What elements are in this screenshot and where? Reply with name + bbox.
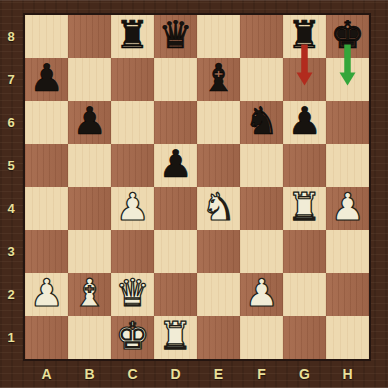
file-label-D: D: [154, 361, 197, 387]
piece-white-king[interactable]: ♚: [115, 315, 149, 358]
piece-white-pawn[interactable]: ♟: [29, 272, 63, 315]
piece-white-pawn[interactable]: ♟: [330, 186, 364, 229]
square-g5[interactable]: [283, 144, 326, 187]
square-f8[interactable]: [240, 15, 283, 58]
piece-black-pawn[interactable]: ♟: [158, 143, 192, 186]
piece-black-knight[interactable]: ♞: [244, 100, 278, 143]
square-b7[interactable]: [68, 58, 111, 101]
file-label-H: H: [326, 361, 369, 387]
square-g3[interactable]: [283, 230, 326, 273]
piece-white-pawn[interactable]: ♟: [244, 272, 278, 315]
square-f6[interactable]: ♞: [240, 101, 283, 144]
square-g4[interactable]: ♜: [283, 187, 326, 230]
square-a7[interactable]: ♟: [25, 58, 68, 101]
square-g7[interactable]: [283, 58, 326, 101]
piece-black-pawn[interactable]: ♟: [287, 100, 321, 143]
file-label-A: A: [25, 361, 68, 387]
square-c3[interactable]: [111, 230, 154, 273]
square-e6[interactable]: [197, 101, 240, 144]
square-e2[interactable]: [197, 273, 240, 316]
piece-white-pawn[interactable]: ♟: [115, 186, 149, 229]
square-d3[interactable]: [154, 230, 197, 273]
piece-white-bishop[interactable]: ♝: [72, 272, 106, 315]
piece-white-knight[interactable]: ♞: [201, 186, 235, 229]
square-h5[interactable]: [326, 144, 369, 187]
square-g8[interactable]: ♜: [283, 15, 326, 58]
square-e4[interactable]: ♞: [197, 187, 240, 230]
piece-white-rook[interactable]: ♜: [287, 186, 321, 229]
square-b8[interactable]: [68, 15, 111, 58]
square-d6[interactable]: [154, 101, 197, 144]
square-b3[interactable]: [68, 230, 111, 273]
piece-black-bishop[interactable]: ♝: [201, 57, 235, 100]
square-f4[interactable]: [240, 187, 283, 230]
piece-black-pawn[interactable]: ♟: [29, 57, 63, 100]
rank-label-5: 5: [0, 144, 22, 187]
square-b6[interactable]: ♟: [68, 101, 111, 144]
square-d5[interactable]: ♟: [154, 144, 197, 187]
square-c1[interactable]: ♚: [111, 316, 154, 359]
square-c7[interactable]: [111, 58, 154, 101]
square-h4[interactable]: ♟: [326, 187, 369, 230]
file-label-E: E: [197, 361, 240, 387]
square-g6[interactable]: ♟: [283, 101, 326, 144]
square-d7[interactable]: [154, 58, 197, 101]
piece-black-rook[interactable]: ♜: [115, 14, 149, 57]
square-a1[interactable]: [25, 316, 68, 359]
square-e8[interactable]: [197, 15, 240, 58]
square-a5[interactable]: [25, 144, 68, 187]
square-d1[interactable]: ♜: [154, 316, 197, 359]
square-d8[interactable]: ♛: [154, 15, 197, 58]
square-a6[interactable]: [25, 101, 68, 144]
rank-label-1: 1: [0, 316, 22, 359]
square-d4[interactable]: [154, 187, 197, 230]
square-g2[interactable]: [283, 273, 326, 316]
square-a2[interactable]: ♟: [25, 273, 68, 316]
square-g1[interactable]: [283, 316, 326, 359]
square-f7[interactable]: [240, 58, 283, 101]
square-c5[interactable]: [111, 144, 154, 187]
square-b4[interactable]: [68, 187, 111, 230]
rank-label-2: 2: [0, 273, 22, 316]
square-a3[interactable]: [25, 230, 68, 273]
rank-label-3: 3: [0, 230, 22, 273]
piece-black-king[interactable]: ♚: [330, 14, 364, 57]
square-h1[interactable]: [326, 316, 369, 359]
piece-black-pawn[interactable]: ♟: [72, 100, 106, 143]
square-c6[interactable]: [111, 101, 154, 144]
chess-board[interactable]: ♜♛♜♚♟♝♟♞♟♟♟♞♜♟♟♝♛♟♚♜: [25, 15, 369, 359]
square-c2[interactable]: ♛: [111, 273, 154, 316]
file-label-G: G: [283, 361, 326, 387]
rank-label-7: 7: [0, 58, 22, 101]
rank-label-6: 6: [0, 101, 22, 144]
square-e5[interactable]: [197, 144, 240, 187]
square-h3[interactable]: [326, 230, 369, 273]
square-e3[interactable]: [197, 230, 240, 273]
square-f3[interactable]: [240, 230, 283, 273]
rank-label-4: 4: [0, 187, 22, 230]
square-a4[interactable]: [25, 187, 68, 230]
square-h2[interactable]: [326, 273, 369, 316]
square-d2[interactable]: [154, 273, 197, 316]
square-b2[interactable]: ♝: [68, 273, 111, 316]
square-f5[interactable]: [240, 144, 283, 187]
square-h6[interactable]: [326, 101, 369, 144]
square-e1[interactable]: [197, 316, 240, 359]
square-b5[interactable]: [68, 144, 111, 187]
file-label-B: B: [68, 361, 111, 387]
square-f2[interactable]: ♟: [240, 273, 283, 316]
square-c4[interactable]: ♟: [111, 187, 154, 230]
piece-white-rook[interactable]: ♜: [158, 315, 192, 358]
chess-board-frame: ♜♛♜♚♟♝♟♞♟♟♟♞♜♟♟♝♛♟♚♜ 87654321ABCDEFGH: [0, 0, 388, 388]
rank-label-8: 8: [0, 15, 22, 58]
piece-black-queen[interactable]: ♛: [158, 14, 192, 57]
file-label-C: C: [111, 361, 154, 387]
piece-black-rook[interactable]: ♜: [287, 14, 321, 57]
square-h7[interactable]: [326, 58, 369, 101]
square-c8[interactable]: ♜: [111, 15, 154, 58]
square-b1[interactable]: [68, 316, 111, 359]
square-e7[interactable]: ♝: [197, 58, 240, 101]
square-f1[interactable]: [240, 316, 283, 359]
piece-white-queen[interactable]: ♛: [115, 272, 149, 315]
square-h8[interactable]: ♚: [326, 15, 369, 58]
file-label-F: F: [240, 361, 283, 387]
square-a8[interactable]: [25, 15, 68, 58]
